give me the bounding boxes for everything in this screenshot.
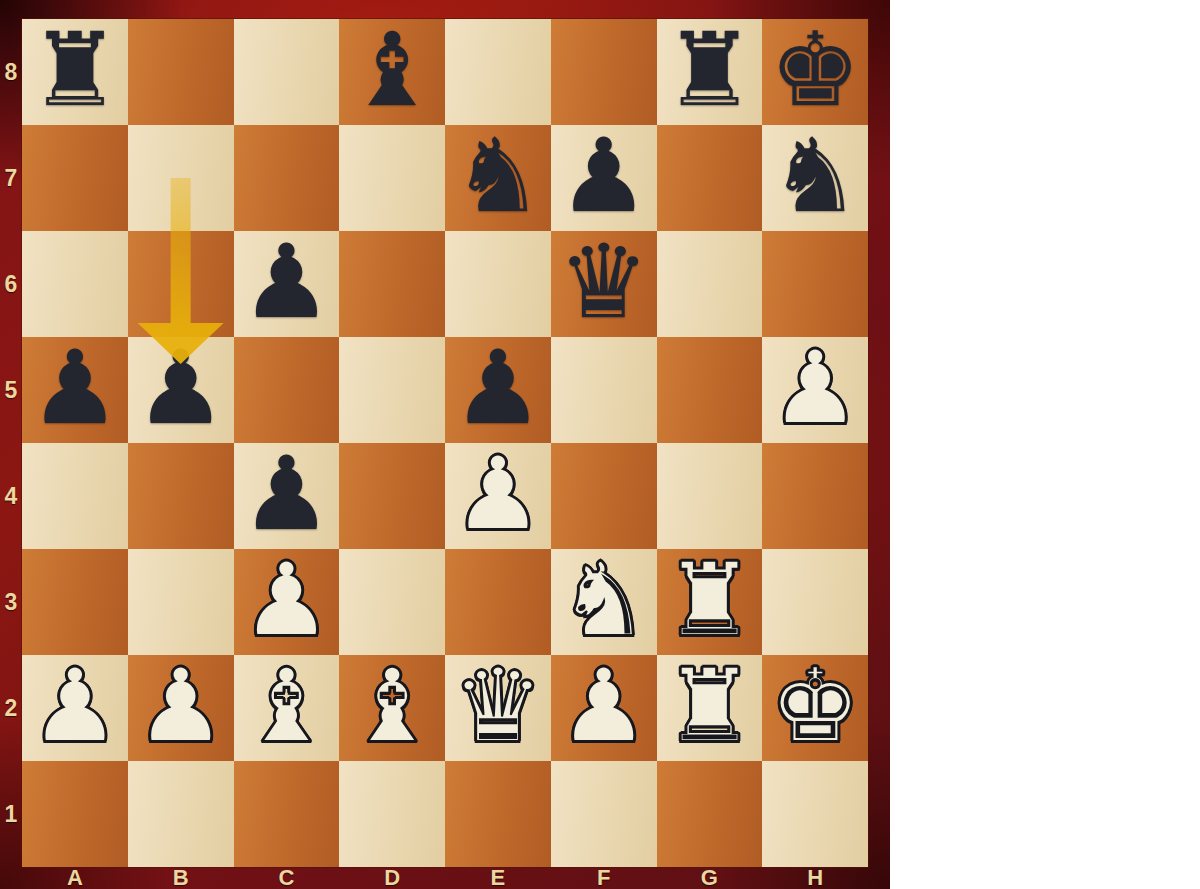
square-e5[interactable]: ♟ (445, 337, 551, 443)
piece-white-pawn[interactable]: ♟ (558, 655, 649, 761)
square-c3[interactable]: ♟ (234, 549, 340, 655)
file-label-g: G (657, 867, 763, 889)
square-d4[interactable] (339, 443, 445, 549)
square-b1[interactable] (128, 761, 234, 867)
file-label-a: A (22, 867, 128, 889)
piece-white-pawn[interactable]: ♟ (452, 443, 543, 549)
chess-board: 87654321 ♜♝♜♚♞♟♞♟♛♟♟♟♟♟♟♟♞♜♟♟♝♝♛♟♜♚ ABCD… (0, 0, 890, 889)
piece-white-bishop[interactable]: ♝ (241, 655, 332, 761)
square-d6[interactable] (339, 231, 445, 337)
square-a8[interactable]: ♜ (22, 19, 128, 125)
rank-label-3: 3 (0, 549, 22, 655)
square-g8[interactable]: ♜ (657, 19, 763, 125)
piece-white-pawn[interactable]: ♟ (29, 655, 120, 761)
piece-black-pawn[interactable]: ♟ (29, 337, 120, 443)
piece-black-pawn[interactable]: ♟ (241, 231, 332, 337)
square-g5[interactable] (657, 337, 763, 443)
piece-white-pawn[interactable]: ♟ (135, 655, 226, 761)
square-d3[interactable] (339, 549, 445, 655)
piece-white-knight[interactable]: ♞ (558, 549, 649, 655)
piece-black-bishop[interactable]: ♝ (346, 19, 437, 125)
file-label-c: C (234, 867, 340, 889)
square-h3[interactable] (762, 549, 868, 655)
square-g3[interactable]: ♜ (657, 549, 763, 655)
piece-black-pawn[interactable]: ♟ (135, 337, 226, 443)
square-h7[interactable]: ♞ (762, 125, 868, 231)
file-label-f: F (551, 867, 657, 889)
piece-black-pawn[interactable]: ♟ (241, 443, 332, 549)
piece-black-rook[interactable]: ♜ (29, 19, 120, 125)
piece-white-queen[interactable]: ♛ (452, 655, 543, 761)
square-f8[interactable] (551, 19, 657, 125)
square-c7[interactable] (234, 125, 340, 231)
square-a7[interactable] (22, 125, 128, 231)
square-d1[interactable] (339, 761, 445, 867)
square-h2[interactable]: ♚ (762, 655, 868, 761)
rank-label-2: 2 (0, 655, 22, 761)
page: 87654321 ♜♝♜♚♞♟♞♟♛♟♟♟♟♟♟♟♞♜♟♟♝♝♛♟♜♚ ABCD… (0, 0, 1200, 889)
file-label-d: D (339, 867, 445, 889)
square-c8[interactable] (234, 19, 340, 125)
piece-black-rook[interactable]: ♜ (664, 19, 755, 125)
rank-label-8: 8 (0, 19, 22, 125)
square-e2[interactable]: ♛ (445, 655, 551, 761)
square-b6[interactable] (128, 231, 234, 337)
square-a1[interactable] (22, 761, 128, 867)
square-f5[interactable] (551, 337, 657, 443)
square-g6[interactable] (657, 231, 763, 337)
piece-black-knight[interactable]: ♞ (452, 125, 543, 231)
square-e3[interactable] (445, 549, 551, 655)
square-b3[interactable] (128, 549, 234, 655)
rank-label-4: 4 (0, 443, 22, 549)
piece-white-rook[interactable]: ♜ (664, 549, 755, 655)
square-a6[interactable] (22, 231, 128, 337)
square-e7[interactable]: ♞ (445, 125, 551, 231)
square-c4[interactable]: ♟ (234, 443, 340, 549)
board-grid: ♜♝♜♚♞♟♞♟♛♟♟♟♟♟♟♟♞♜♟♟♝♝♛♟♜♚ (22, 19, 868, 867)
piece-black-queen[interactable]: ♛ (558, 231, 649, 337)
piece-white-pawn[interactable]: ♟ (241, 549, 332, 655)
square-d5[interactable] (339, 337, 445, 443)
square-f2[interactable]: ♟ (551, 655, 657, 761)
file-label-b: B (128, 867, 234, 889)
square-f1[interactable] (551, 761, 657, 867)
square-c5[interactable] (234, 337, 340, 443)
square-f4[interactable] (551, 443, 657, 549)
square-e8[interactable] (445, 19, 551, 125)
rank-label-7: 7 (0, 125, 22, 231)
square-c2[interactable]: ♝ (234, 655, 340, 761)
piece-white-pawn[interactable]: ♟ (769, 337, 860, 443)
square-g1[interactable] (657, 761, 763, 867)
square-d8[interactable]: ♝ (339, 19, 445, 125)
square-b4[interactable] (128, 443, 234, 549)
square-b7[interactable] (128, 125, 234, 231)
square-e6[interactable] (445, 231, 551, 337)
square-b8[interactable] (128, 19, 234, 125)
square-b5[interactable]: ♟ (128, 337, 234, 443)
square-c1[interactable] (234, 761, 340, 867)
square-d2[interactable]: ♝ (339, 655, 445, 761)
square-e4[interactable]: ♟ (445, 443, 551, 549)
square-b2[interactable]: ♟ (128, 655, 234, 761)
piece-white-rook[interactable]: ♜ (664, 655, 755, 761)
square-a3[interactable] (22, 549, 128, 655)
square-h4[interactable] (762, 443, 868, 549)
square-a4[interactable] (22, 443, 128, 549)
square-g4[interactable] (657, 443, 763, 549)
square-e1[interactable] (445, 761, 551, 867)
file-label-e: E (445, 867, 551, 889)
piece-white-bishop[interactable]: ♝ (346, 655, 437, 761)
square-h6[interactable] (762, 231, 868, 337)
rank-label-1: 1 (0, 761, 22, 867)
piece-black-pawn[interactable]: ♟ (558, 125, 649, 231)
file-label-h: H (762, 867, 868, 889)
square-h8[interactable]: ♚ (762, 19, 868, 125)
square-f6[interactable]: ♛ (551, 231, 657, 337)
rank-label-6: 6 (0, 231, 22, 337)
square-h1[interactable] (762, 761, 868, 867)
square-g2[interactable]: ♜ (657, 655, 763, 761)
square-g7[interactable] (657, 125, 763, 231)
square-f3[interactable]: ♞ (551, 549, 657, 655)
square-f7[interactable]: ♟ (551, 125, 657, 231)
rank-label-5: 5 (0, 337, 22, 443)
square-a5[interactable]: ♟ (22, 337, 128, 443)
square-d7[interactable] (339, 125, 445, 231)
rank-labels: 87654321 (0, 19, 22, 867)
piece-black-king[interactable]: ♚ (769, 19, 860, 125)
square-a2[interactable]: ♟ (22, 655, 128, 761)
file-labels: ABCDEFGH (22, 867, 868, 889)
square-h5[interactable]: ♟ (762, 337, 868, 443)
piece-white-king[interactable]: ♚ (769, 655, 860, 761)
square-c6[interactable]: ♟ (234, 231, 340, 337)
piece-black-knight[interactable]: ♞ (769, 125, 860, 231)
piece-black-pawn[interactable]: ♟ (452, 337, 543, 443)
